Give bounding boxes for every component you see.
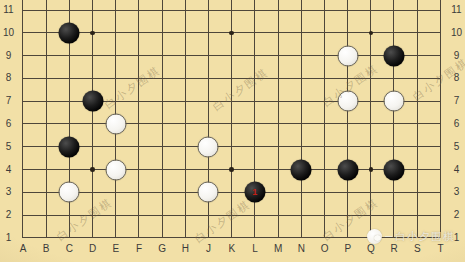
board-point-C8 — [58, 67, 81, 90]
board-point-D6 — [81, 113, 104, 136]
col-label-B: B — [38, 243, 54, 255]
board-point-D10 — [81, 21, 104, 44]
board-point-P5 — [336, 135, 359, 158]
board-point-H6 — [174, 113, 197, 136]
board-point-E5 — [104, 135, 127, 158]
board-point-O2 — [313, 204, 336, 227]
board-point-O5 — [313, 135, 336, 158]
board-point-O10 — [313, 21, 336, 44]
board-point-B10 — [35, 21, 58, 44]
board-point-S8 — [406, 67, 429, 90]
board-point-L11 — [243, 0, 266, 21]
board-point-E3 — [104, 181, 127, 204]
row-label-right-2: 2 — [448, 209, 465, 221]
board-point-G11 — [151, 0, 174, 21]
board-point-H2 — [174, 204, 197, 227]
star-point-D4 — [90, 167, 94, 171]
board-point-D2 — [81, 204, 104, 227]
board-point-O11 — [313, 0, 336, 21]
board-point-F8 — [127, 67, 150, 90]
board-point-S11 — [406, 0, 429, 21]
board-point-N5 — [290, 135, 313, 158]
board-point-N7 — [290, 90, 313, 113]
board-point-B9 — [35, 44, 58, 67]
col-label-G: G — [154, 243, 170, 255]
board-point-F9 — [127, 44, 150, 67]
board-point-K7 — [220, 90, 243, 113]
row-label-right-10: 10 — [448, 27, 465, 39]
board-point-E10 — [104, 21, 127, 44]
col-label-A: A — [15, 243, 31, 255]
row-label-left-3: 3 — [0, 186, 17, 198]
board-point-S9 — [406, 44, 429, 67]
board-point-J3 — [197, 181, 220, 204]
board-point-C10 — [58, 21, 81, 44]
board-point-N11 — [290, 0, 313, 21]
col-label-T: T — [433, 243, 449, 255]
white-stone-R7 — [383, 91, 404, 112]
board-point-H11 — [174, 0, 197, 21]
board-point-C4 — [58, 158, 81, 181]
white-stone-E6 — [105, 113, 126, 134]
board-point-N8 — [290, 67, 313, 90]
row-label-right-11: 11 — [448, 4, 465, 16]
col-label-K: K — [224, 243, 240, 255]
board-point-F10 — [127, 21, 150, 44]
board-point-M10 — [266, 21, 289, 44]
board-point-Q2 — [359, 204, 382, 227]
board-point-G5 — [151, 135, 174, 158]
board-point-G6 — [151, 113, 174, 136]
board-point-O9 — [313, 44, 336, 67]
board-point-B7 — [35, 90, 58, 113]
board-point-E9 — [104, 44, 127, 67]
star-point-D10 — [90, 31, 94, 35]
board-point-C2 — [58, 204, 81, 227]
board-point-C5 — [58, 135, 81, 158]
board-point-H10 — [174, 21, 197, 44]
board-point-R6 — [382, 113, 405, 136]
row-label-right-6: 6 — [448, 118, 465, 130]
col-label-O: O — [317, 243, 333, 255]
board-point-F4 — [127, 158, 150, 181]
col-label-E: E — [108, 243, 124, 255]
board-point-Q7 — [359, 90, 382, 113]
board-point-S6 — [406, 113, 429, 136]
row-label-right-3: 3 — [448, 186, 465, 198]
board-point-M2 — [266, 204, 289, 227]
board-point-O4 — [313, 158, 336, 181]
board-point-K4 — [220, 158, 243, 181]
board-point-F3 — [127, 181, 150, 204]
board-point-P3 — [336, 181, 359, 204]
board-point-S7 — [406, 90, 429, 113]
board-point-L8 — [243, 67, 266, 90]
board-point-S4 — [406, 158, 429, 181]
board-point-H9 — [174, 44, 197, 67]
board-point-J10 — [197, 21, 220, 44]
board-point-N3 — [290, 181, 313, 204]
board-point-F6 — [127, 113, 150, 136]
board-point-P9 — [336, 44, 359, 67]
board-point-E8 — [104, 67, 127, 90]
board-point-N6 — [290, 113, 313, 136]
board-point-L3: 1 — [243, 181, 266, 204]
board-point-S2 — [406, 204, 429, 227]
board-point-Q9 — [359, 44, 382, 67]
row-label-left-9: 9 — [0, 50, 17, 62]
board-point-R5 — [382, 135, 405, 158]
board-point-B3 — [35, 181, 58, 204]
brand-logo: 白小夕围棋 — [367, 229, 455, 244]
col-label-C: C — [61, 243, 77, 255]
board-point-M8 — [266, 67, 289, 90]
board-point-J11 — [197, 0, 220, 21]
board-point-M3 — [266, 181, 289, 204]
board-point-L4 — [243, 158, 266, 181]
board-point-M11 — [266, 0, 289, 21]
row-label-right-4: 4 — [448, 164, 465, 176]
board-point-G9 — [151, 44, 174, 67]
board-point-S3 — [406, 181, 429, 204]
row-label-right-5: 5 — [448, 141, 465, 153]
black-stone-R4 — [383, 159, 404, 180]
board-point-H3 — [174, 181, 197, 204]
board-point-R2 — [382, 204, 405, 227]
board-point-P7 — [336, 90, 359, 113]
board-point-C7 — [58, 90, 81, 113]
board-point-E7 — [104, 90, 127, 113]
white-stone-C3 — [59, 182, 80, 203]
board-point-H4 — [174, 158, 197, 181]
board-point-K3 — [220, 181, 243, 204]
white-stone-P7 — [337, 91, 358, 112]
white-stone-P9 — [337, 45, 358, 66]
board-point-C3 — [58, 181, 81, 204]
board-point-J6 — [197, 113, 220, 136]
board-point-D5 — [81, 135, 104, 158]
board-point-Q6 — [359, 113, 382, 136]
board-point-P4 — [336, 158, 359, 181]
board-point-G4 — [151, 158, 174, 181]
star-point-Q10 — [369, 31, 373, 35]
black-stone-L3: 1 — [244, 182, 265, 203]
board-point-L9 — [243, 44, 266, 67]
board-point-J2 — [197, 204, 220, 227]
row-label-right-9: 9 — [448, 50, 465, 62]
col-label-H: H — [177, 243, 193, 255]
board-point-K9 — [220, 44, 243, 67]
white-stone-J3 — [198, 182, 219, 203]
board-point-J8 — [197, 67, 220, 90]
star-point-Q4 — [369, 167, 373, 171]
board-point-G8 — [151, 67, 174, 90]
board-point-E4 — [104, 158, 127, 181]
board-point-B5 — [35, 135, 58, 158]
board-point-B6 — [35, 113, 58, 136]
board-point-R3 — [382, 181, 405, 204]
board-point-P11 — [336, 0, 359, 21]
board-point-J4 — [197, 158, 220, 181]
board-point-S10 — [406, 21, 429, 44]
board-point-P6 — [336, 113, 359, 136]
row-label-left-10: 10 — [0, 27, 17, 39]
row-label-left-8: 8 — [0, 72, 17, 84]
board-point-Q11 — [359, 0, 382, 21]
board-point-K10 — [220, 21, 243, 44]
board-point-C6 — [58, 113, 81, 136]
go-board-grid: 1 — [11, 0, 452, 249]
board-point-L6 — [243, 113, 266, 136]
board-point-O7 — [313, 90, 336, 113]
black-stone-N4 — [291, 159, 312, 180]
board-point-O6 — [313, 113, 336, 136]
black-stone-P4 — [337, 159, 358, 180]
col-label-D: D — [85, 243, 101, 255]
board-point-R10 — [382, 21, 405, 44]
board-point-L7 — [243, 90, 266, 113]
board-point-L10 — [243, 21, 266, 44]
col-label-M: M — [270, 243, 286, 255]
board-point-B2 — [35, 204, 58, 227]
board-point-N2 — [290, 204, 313, 227]
board-point-F7 — [127, 90, 150, 113]
brand-avatar-icon — [367, 229, 382, 244]
col-label-L: L — [247, 243, 263, 255]
board-point-H5 — [174, 135, 197, 158]
col-label-N: N — [293, 243, 309, 255]
board-point-N10 — [290, 21, 313, 44]
board-point-D7 — [81, 90, 104, 113]
board-point-N9 — [290, 44, 313, 67]
row-label-left-11: 11 — [0, 4, 17, 16]
board-point-Q5 — [359, 135, 382, 158]
board-point-L2 — [243, 204, 266, 227]
board-point-Q8 — [359, 67, 382, 90]
board-point-E11 — [104, 0, 127, 21]
board-point-K2 — [220, 204, 243, 227]
board-point-P10 — [336, 21, 359, 44]
row-label-left-7: 7 — [0, 95, 17, 107]
col-label-F: F — [131, 243, 147, 255]
black-stone-R9 — [383, 45, 404, 66]
row-label-right-8: 8 — [448, 72, 465, 84]
board-point-O8 — [313, 67, 336, 90]
row-label-left-6: 6 — [0, 118, 17, 130]
board-point-R11 — [382, 0, 405, 21]
board-point-D9 — [81, 44, 104, 67]
row-label-right-7: 7 — [448, 95, 465, 107]
board-point-Q4 — [359, 158, 382, 181]
board-point-D4 — [81, 158, 104, 181]
board-point-M6 — [266, 113, 289, 136]
board-point-S5 — [406, 135, 429, 158]
board-point-K11 — [220, 0, 243, 21]
board-point-K6 — [220, 113, 243, 136]
board-point-R7 — [382, 90, 405, 113]
board-point-D3 — [81, 181, 104, 204]
board-point-H8 — [174, 67, 197, 90]
board-point-B11 — [35, 0, 58, 21]
board-point-R9 — [382, 44, 405, 67]
board-point-N4 — [290, 158, 313, 181]
board-point-M9 — [266, 44, 289, 67]
col-label-P: P — [340, 243, 356, 255]
board-point-R8 — [382, 67, 405, 90]
row-label-left-2: 2 — [0, 209, 17, 221]
board-point-B4 — [35, 158, 58, 181]
board-point-L5 — [243, 135, 266, 158]
board-point-F2 — [127, 204, 150, 227]
col-label-J: J — [201, 243, 217, 255]
board-point-E6 — [104, 113, 127, 136]
go-diagram: 1 11223344556677889910101111ABCDEFGHJKLM… — [0, 0, 465, 262]
board-point-E2 — [104, 204, 127, 227]
board-point-J7 — [197, 90, 220, 113]
logo-dash — [385, 236, 392, 238]
star-point-K4 — [229, 167, 233, 171]
board-point-Q3 — [359, 181, 382, 204]
board-point-M4 — [266, 158, 289, 181]
board-point-M5 — [266, 135, 289, 158]
board-point-O3 — [313, 181, 336, 204]
black-stone-C10 — [59, 22, 80, 43]
board-point-G7 — [151, 90, 174, 113]
board-point-H7 — [174, 90, 197, 113]
black-stone-C5 — [59, 136, 80, 157]
board-point-G3 — [151, 181, 174, 204]
board-point-B8 — [35, 67, 58, 90]
col-label-Q: Q — [363, 243, 379, 255]
board-point-P2 — [336, 204, 359, 227]
col-label-S: S — [409, 243, 425, 255]
board-point-K5 — [220, 135, 243, 158]
board-point-C9 — [58, 44, 81, 67]
board-point-J9 — [197, 44, 220, 67]
move-number-label: 1 — [252, 188, 257, 197]
board-point-D8 — [81, 67, 104, 90]
board-point-G10 — [151, 21, 174, 44]
board-point-D11 — [81, 0, 104, 21]
black-stone-D7 — [82, 91, 103, 112]
white-stone-J5 — [198, 136, 219, 157]
brand-name: 白小夕围棋 — [395, 230, 455, 244]
board-point-R4 — [382, 158, 405, 181]
board-point-Q10 — [359, 21, 382, 44]
white-stone-E4 — [105, 159, 126, 180]
row-label-left-4: 4 — [0, 164, 17, 176]
board-point-F11 — [127, 0, 150, 21]
board-point-G2 — [151, 204, 174, 227]
star-point-K10 — [229, 31, 233, 35]
board-point-K8 — [220, 67, 243, 90]
col-label-R: R — [386, 243, 402, 255]
board-point-M7 — [266, 90, 289, 113]
board-point-F5 — [127, 135, 150, 158]
board-point-J5 — [197, 135, 220, 158]
row-label-left-5: 5 — [0, 141, 17, 153]
board-point-C11 — [58, 0, 81, 21]
board-point-P8 — [336, 67, 359, 90]
